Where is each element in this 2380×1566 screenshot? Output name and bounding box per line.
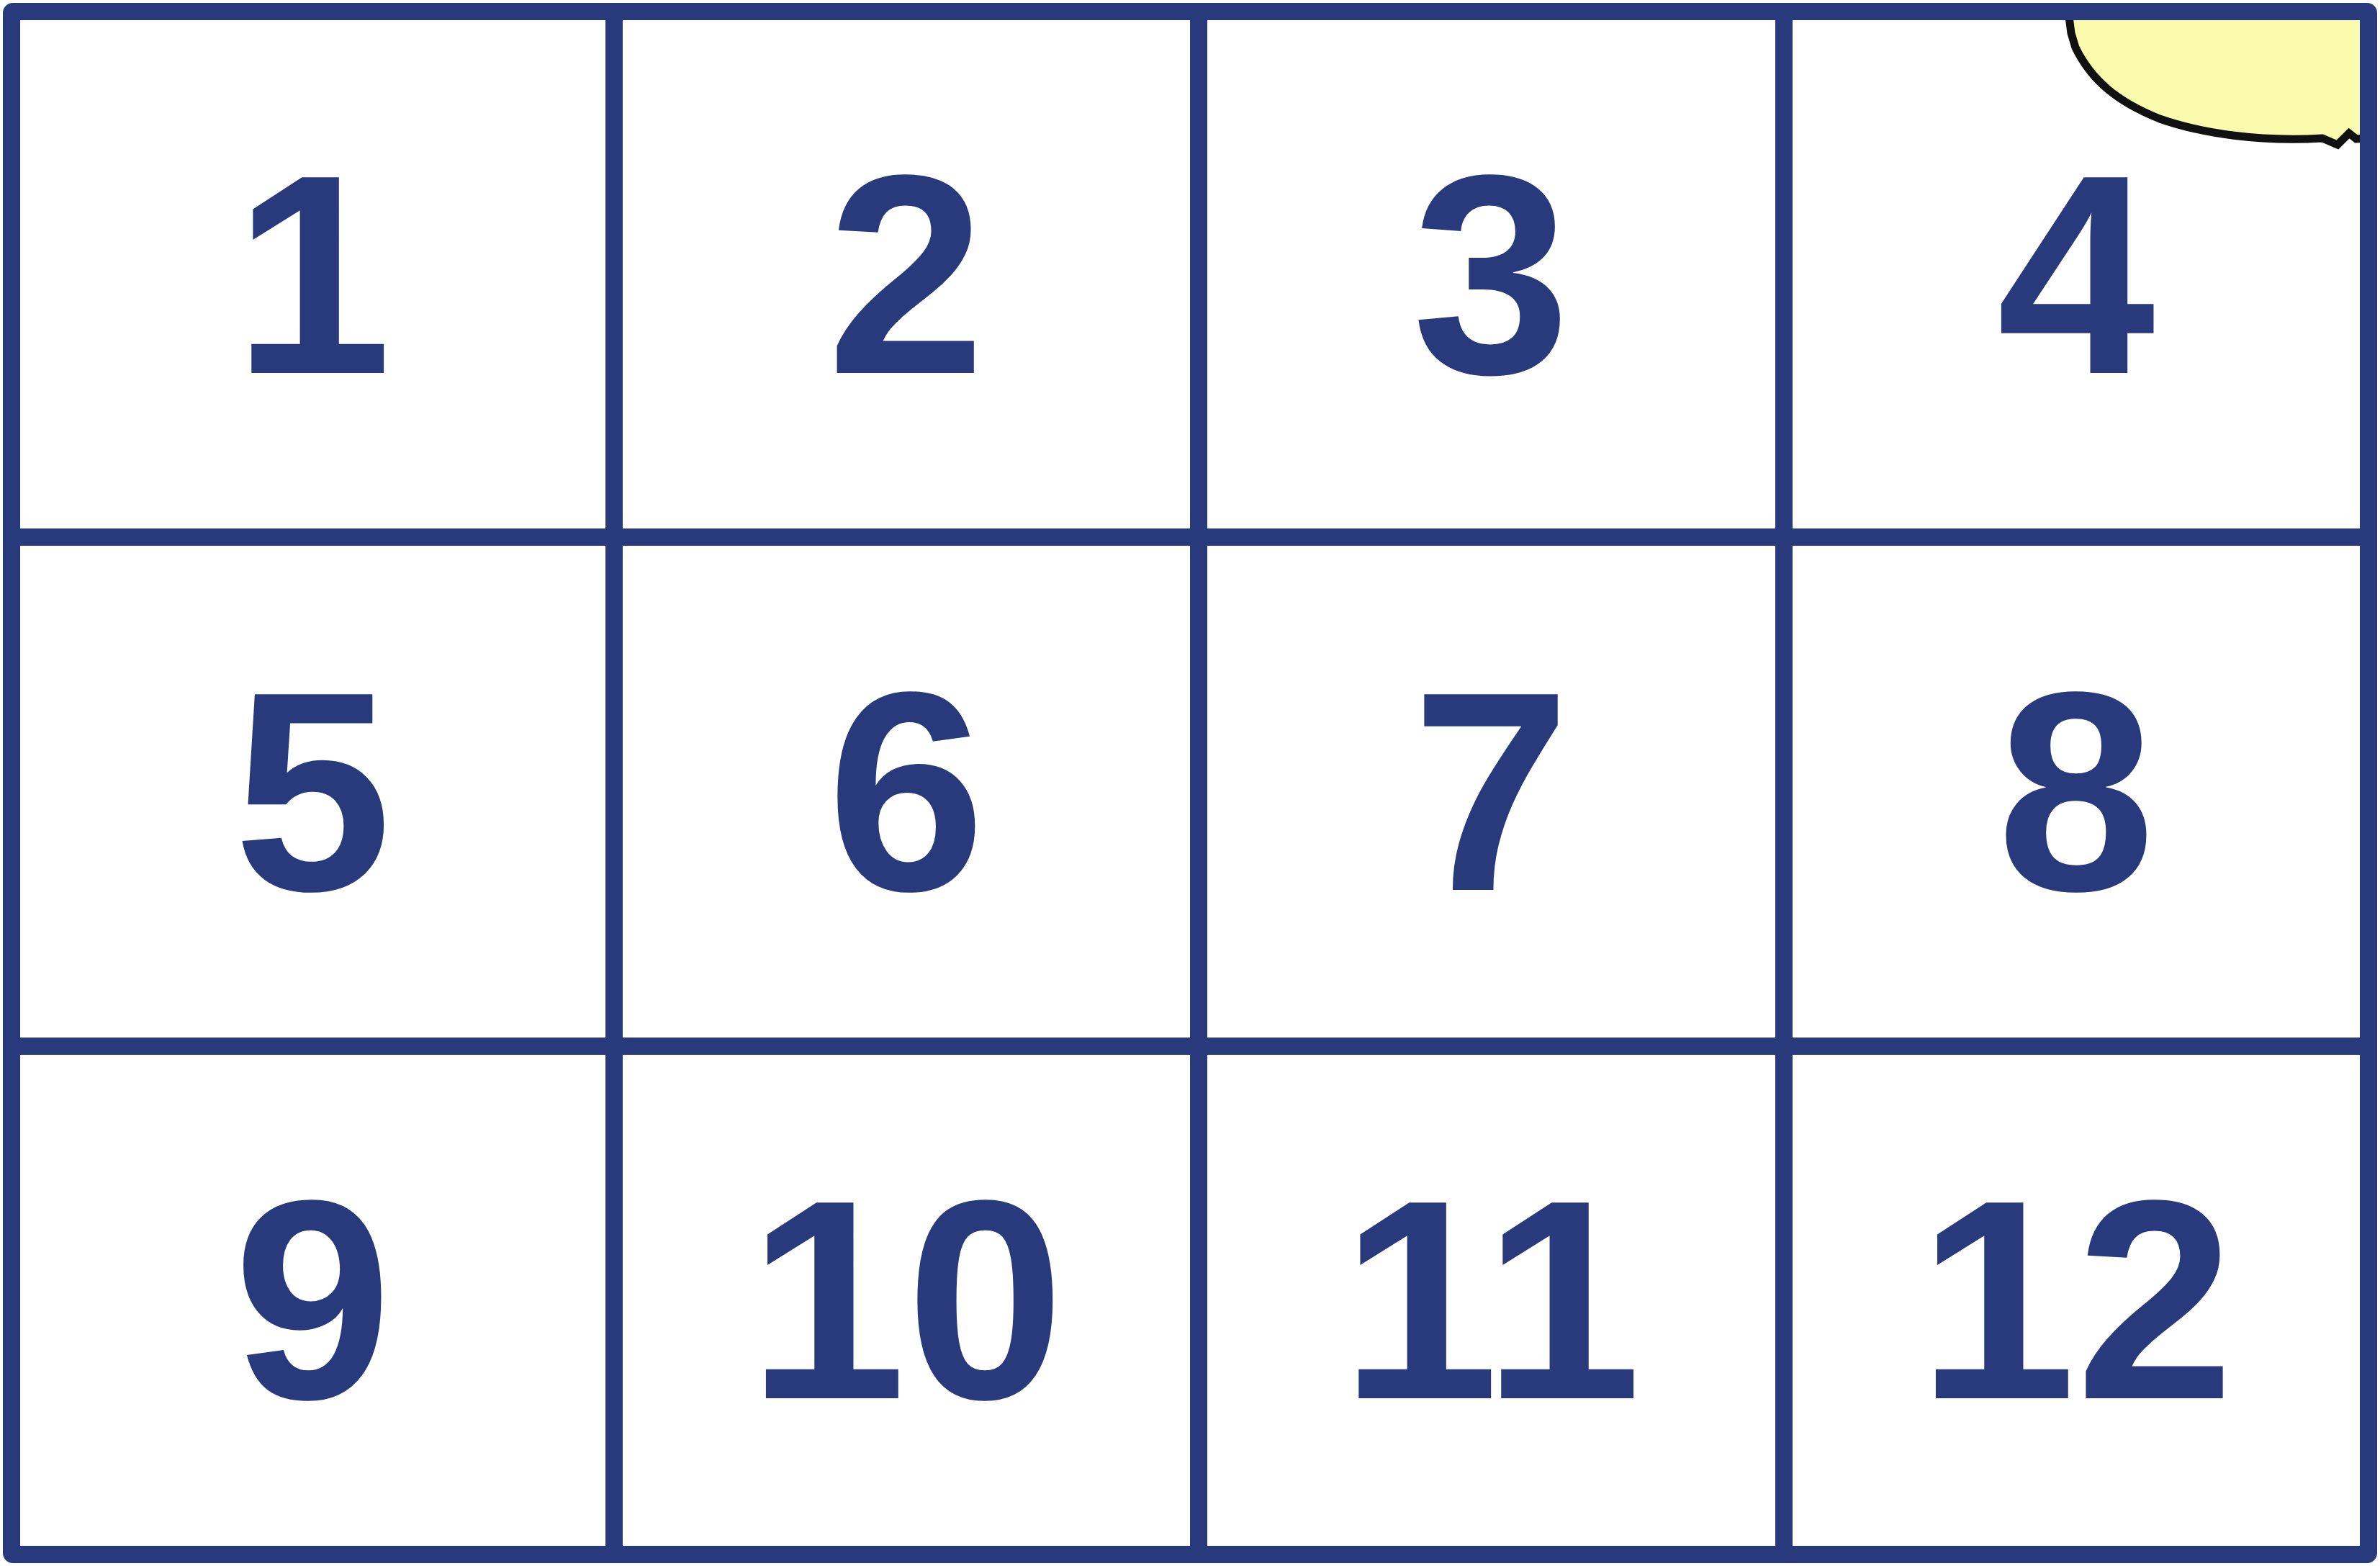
- sun-corner-icon: [2037, 4, 2376, 170]
- cell-number: 10: [748, 1158, 1064, 1442]
- grid-cell-1: 1: [20, 20, 605, 528]
- cell-number: 3: [1412, 132, 1570, 417]
- cell-number: 9: [233, 1158, 392, 1442]
- grid-cell-6: 6: [605, 528, 1191, 1037]
- cell-number: 12: [1918, 1158, 2234, 1442]
- cell-number: 8: [1997, 649, 2155, 934]
- grid-cell-9: 9: [20, 1038, 605, 1546]
- cell-number: 11: [1340, 1158, 1641, 1442]
- number-grid: 1 2 3 4 5 6 7 8 9 10 11 12: [20, 20, 2360, 1546]
- grid-cell-7: 7: [1190, 528, 1775, 1037]
- grid-cell-8: 8: [1775, 528, 2361, 1037]
- grid-cell-3: 3: [1190, 20, 1775, 528]
- cell-number: 7: [1412, 649, 1570, 934]
- grid-cell-11: 11: [1190, 1038, 1775, 1546]
- cell-number: 2: [827, 132, 986, 417]
- cell-number: 6: [827, 649, 986, 934]
- number-chart-board: 1 2 3 4 5 6 7 8 9 10 11 12: [0, 0, 2380, 1566]
- grid-cell-2: 2: [605, 20, 1191, 528]
- cell-number: 5: [233, 649, 392, 934]
- grid-cell-5: 5: [20, 528, 605, 1037]
- cell-number: 1: [233, 132, 392, 417]
- cell-number: 4: [1997, 132, 2155, 417]
- grid-cell-10: 10: [605, 1038, 1191, 1546]
- grid-cell-12: 12: [1775, 1038, 2361, 1546]
